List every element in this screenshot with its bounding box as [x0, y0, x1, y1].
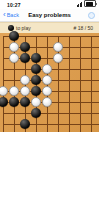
white-stone	[0, 86, 8, 96]
black-stone	[9, 31, 19, 41]
white-stone	[42, 75, 52, 85]
grid-line-v	[80, 36, 81, 132]
grid-line-v	[69, 36, 70, 132]
white-stone	[31, 97, 41, 107]
white-stone	[20, 75, 30, 85]
to-play-label: to play	[16, 25, 31, 31]
black-stone	[20, 97, 30, 107]
grid-line-v	[91, 36, 92, 132]
black-stone	[31, 53, 41, 63]
black-stone	[20, 119, 30, 129]
black-stone	[31, 75, 41, 85]
black-stone	[0, 97, 8, 107]
grid-line-h	[3, 124, 99, 125]
phone-screen: 10:27 ‹ Back Easy problems to play # 18 …	[0, 0, 99, 215]
go-board[interactable]	[0, 33, 99, 132]
navigation-bar: ‹ Back Easy problems	[0, 9, 99, 22]
black-stone	[31, 108, 41, 118]
cellular-bars-icon	[77, 2, 83, 7]
chevron-left-icon: ‹	[3, 11, 6, 19]
black-stone	[20, 53, 30, 63]
back-label: Back	[7, 12, 19, 18]
white-stone	[42, 64, 52, 74]
grid-line-v	[3, 36, 4, 132]
empty-area	[0, 132, 99, 206]
status-icons	[77, 2, 97, 7]
problem-counter: # 18 / 50	[74, 23, 93, 33]
white-stone	[42, 86, 52, 96]
black-stone	[20, 42, 30, 52]
status-bar: 10:27	[0, 0, 99, 9]
white-stone	[9, 86, 19, 96]
info-circle-icon[interactable]	[88, 12, 95, 19]
back-button[interactable]: ‹ Back	[3, 9, 19, 21]
white-stone	[42, 97, 52, 107]
white-stone	[53, 42, 63, 52]
white-stone	[20, 86, 30, 96]
clock: 10:27	[7, 2, 21, 8]
white-stone	[9, 53, 19, 63]
black-stone	[31, 64, 41, 74]
white-stone	[53, 53, 63, 63]
grid-line-h	[3, 113, 99, 114]
black-stone	[9, 97, 19, 107]
white-stone	[9, 42, 19, 52]
battery-icon	[84, 0, 96, 7]
black-stone	[31, 86, 41, 96]
